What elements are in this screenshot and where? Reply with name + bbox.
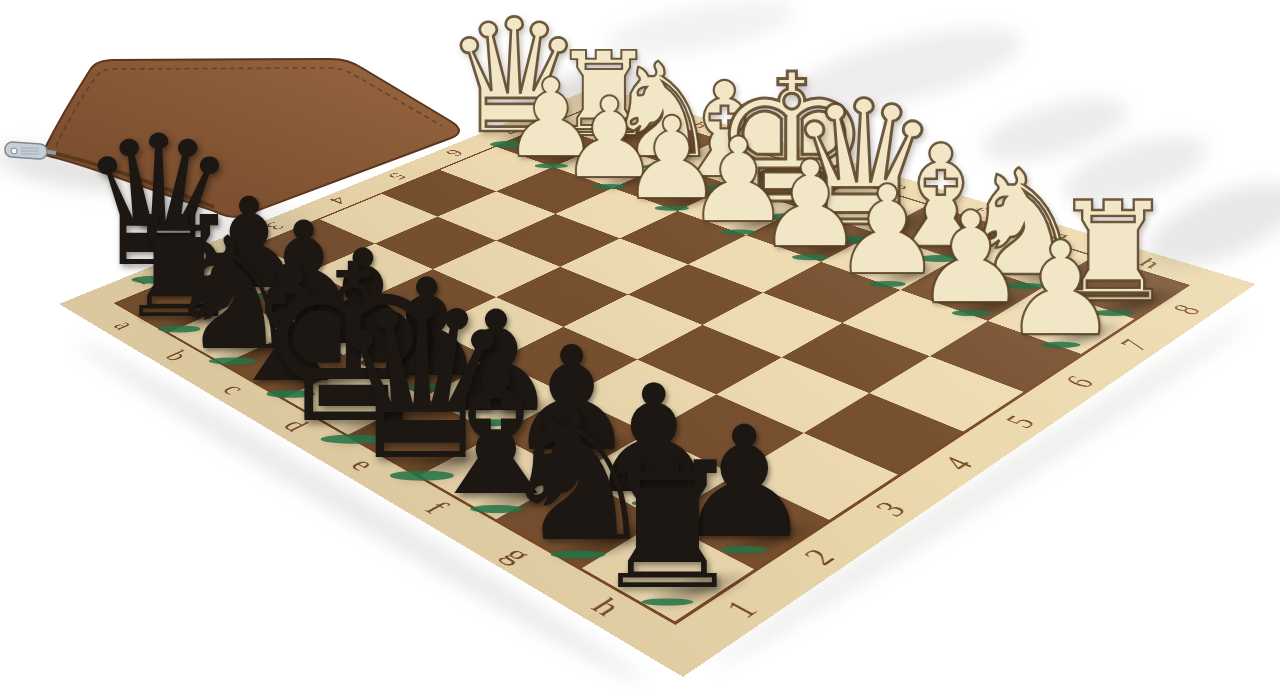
file-label-h-near: h (586, 594, 628, 620)
rank-label-7-near: 7 (1114, 336, 1155, 353)
rank-label-6-near: 6 (1058, 373, 1099, 391)
file-label-b-near: b (161, 348, 194, 364)
file-label-c-far: c (750, 139, 775, 149)
file-label-e-near: e (346, 455, 382, 474)
rank-label-4-far: 4 (325, 195, 351, 206)
board-squares (113, 102, 1190, 624)
rank-label-4-near: 4 (936, 453, 979, 474)
rank-label-5-near: 5 (999, 412, 1041, 431)
file-label-d-near: d (278, 416, 314, 434)
file-label-a-near: a (109, 318, 140, 332)
scene: aabbccddeeffgghh1122334455667788 ♜♞♝♚♛♝♞… (0, 0, 1280, 691)
file-label-f-near: f (420, 498, 454, 517)
rank-label-6-far: 6 (442, 148, 468, 158)
file-label-e-far: e (888, 181, 915, 192)
rank-label-1-near: 1 (719, 596, 764, 622)
cast-shadow (781, 12, 1028, 128)
file-label-f-far: f (966, 205, 990, 216)
file-label-a-far: a (629, 103, 653, 112)
rank-label-7-far: 7 (496, 126, 522, 135)
rank-label-8-near: 8 (1166, 302, 1206, 318)
cast-shadow (603, 0, 798, 66)
file-label-d-far: d (816, 159, 843, 170)
file-label-g-far: g (1046, 229, 1076, 242)
rank-label-5-far: 5 (385, 171, 411, 181)
file-label-b-far: b (687, 120, 713, 130)
rank-label-3-near: 3 (868, 497, 912, 519)
file-label-c-near: c (218, 381, 251, 397)
rank-label-1-far: 1 (127, 275, 154, 288)
pouch-stitching (56, 68, 442, 146)
file-label-g-near: g (498, 543, 538, 566)
rank-label-2-near: 2 (796, 545, 840, 569)
